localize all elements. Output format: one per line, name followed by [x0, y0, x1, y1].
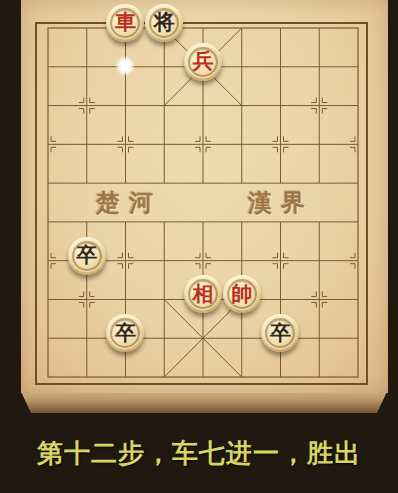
move-caption: 第十二步，车七进一，胜出 — [0, 413, 398, 493]
piece-character: 卒 — [68, 237, 106, 275]
cell-4-1: 兵 — [184, 47, 223, 86]
last-move-marker — [115, 56, 135, 76]
cell-2-1 — [106, 47, 145, 86]
piece-character: 卒 — [106, 314, 144, 352]
piece-character: 兵 — [184, 43, 222, 81]
piece-character: 帥 — [223, 275, 261, 313]
piece-black-soldier-1[interactable]: 卒 — [68, 237, 106, 275]
piece-red-elephant[interactable]: 相 — [184, 275, 222, 313]
xiangqi-board: 楚河 漢界 車将兵卒相帥卒卒 — [21, 0, 388, 393]
cell-6-8: 卒 — [261, 319, 300, 358]
piece-grid: 車将兵卒相帥卒卒 — [29, 9, 378, 397]
piece-character: 相 — [184, 275, 222, 313]
piece-black-general[interactable]: 将 — [145, 4, 183, 42]
piece-character: 将 — [145, 4, 183, 42]
piece-red-chariot[interactable]: 車 — [106, 4, 144, 42]
piece-red-soldier[interactable]: 兵 — [184, 43, 222, 81]
piece-red-general[interactable]: 帥 — [223, 275, 261, 313]
piece-character: 車 — [106, 4, 144, 42]
cell-2-0: 車 — [106, 9, 145, 48]
piece-character: 卒 — [261, 314, 299, 352]
cell-3-0: 将 — [145, 9, 184, 48]
cell-4-7: 相 — [184, 280, 223, 319]
cell-2-8: 卒 — [106, 319, 145, 358]
cell-5-7: 帥 — [222, 280, 261, 319]
xiangqi-app: 楚河 漢界 車将兵卒相帥卒卒 第十二步，车七进一，胜出 — [0, 0, 398, 493]
cell-1-6: 卒 — [67, 241, 106, 280]
board-front-edge — [16, 393, 392, 413]
piece-black-soldier-2[interactable]: 卒 — [106, 314, 144, 352]
piece-black-soldier-3[interactable]: 卒 — [261, 314, 299, 352]
